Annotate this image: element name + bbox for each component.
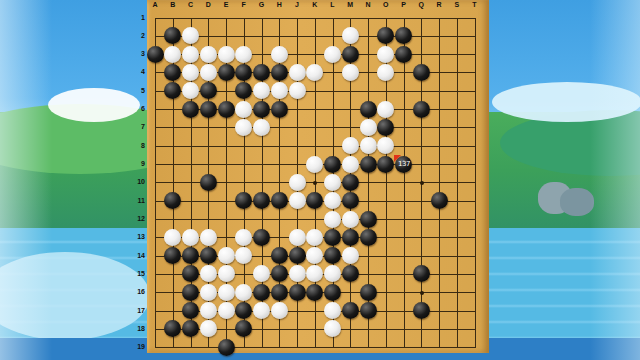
black-stone [289,284,306,301]
column-label: G [255,1,269,9]
row-label: 8 [133,142,145,150]
white-stone [324,46,341,63]
white-stone [235,229,252,246]
black-stone [306,192,323,209]
white-stone [253,119,270,136]
black-stone [164,192,181,209]
white-stone [200,64,217,81]
go-board[interactable]: ABCDEFGHJKLMNOPQRST123456789101112131415… [147,0,489,353]
white-stone [289,265,306,282]
black-stone [253,64,270,81]
white-stone [289,229,306,246]
white-stone [235,46,252,63]
column-label: C [184,1,198,9]
black-stone [253,229,270,246]
black-stone [235,64,252,81]
black-stone [235,82,252,99]
black-stone [342,174,359,191]
black-stone [271,247,288,264]
row-label: 5 [133,87,145,95]
column-label: M [343,1,357,9]
column-label: L [326,1,340,9]
white-stone [200,265,217,282]
grid-line-horizontal [155,347,476,348]
white-stone [360,119,377,136]
black-stone [413,101,430,118]
column-label: N [361,1,375,9]
black-stone [253,101,270,118]
white-stone [182,64,199,81]
white-stone [218,46,235,63]
black-stone [200,174,217,191]
black-stone [360,229,377,246]
black-stone [164,82,181,99]
column-label: O [379,1,393,9]
white-stone [200,229,217,246]
black-stone [218,64,235,81]
white-stone [253,82,270,99]
go-game-screen: ABCDEFGHJKLMNOPQRST123456789101112131415… [0,0,640,360]
white-stone [342,247,359,264]
black-stone [164,27,181,44]
left-blur-bar [0,0,52,360]
white-stone [271,82,288,99]
white-stone [235,284,252,301]
white-stone [324,302,341,319]
black-stone [306,284,323,301]
white-stone [182,27,199,44]
white-stone [342,211,359,228]
black-stone [360,156,377,173]
white-stone [324,174,341,191]
column-label: Q [414,1,428,9]
grid-line-vertical [475,18,476,349]
black-stone [324,247,341,264]
black-stone [431,192,448,209]
column-label: S [450,1,464,9]
row-label: 9 [133,160,145,168]
white-stone [306,64,323,81]
white-stone [235,119,252,136]
black-stone [360,101,377,118]
black-stone [413,302,430,319]
black-stone [377,119,394,136]
white-stone [164,46,181,63]
white-stone [235,247,252,264]
column-label: A [148,1,162,9]
white-stone [289,64,306,81]
row-label: 4 [133,68,145,76]
row-label: 17 [133,307,145,315]
white-stone [271,46,288,63]
black-stone [413,265,430,282]
white-stone [324,265,341,282]
black-stone [271,192,288,209]
row-label: 18 [133,325,145,333]
white-stone [200,320,217,337]
black-stone [235,192,252,209]
right-blur-bar [590,0,640,360]
black-stone [182,265,199,282]
white-stone [324,320,341,337]
white-stone [324,211,341,228]
white-stone [377,64,394,81]
grid-line-vertical [439,18,440,349]
column-label: F [237,1,251,9]
black-stone [324,156,341,173]
move-number-label: 137 [395,156,412,173]
white-stone [289,82,306,99]
black-stone [413,64,430,81]
white-stone [218,265,235,282]
white-stone [360,137,377,154]
black-stone [324,229,341,246]
white-stone [342,156,359,173]
black-stone [360,284,377,301]
white-stone [253,302,270,319]
black-stone [200,101,217,118]
black-stone [147,46,164,63]
column-label: P [397,1,411,9]
white-stone [235,101,252,118]
column-label: R [432,1,446,9]
white-stone [218,247,235,264]
black-stone [182,302,199,319]
row-label: 3 [133,50,145,58]
black-stone [253,192,270,209]
white-stone [200,284,217,301]
black-stone [395,27,412,44]
white-stone [253,265,270,282]
star-point [313,181,317,185]
white-stone [342,64,359,81]
white-stone [377,101,394,118]
black-stone [164,247,181,264]
row-label: 11 [133,197,145,205]
white-stone [271,302,288,319]
row-label: 10 [133,178,145,186]
row-label: 6 [133,105,145,113]
black-stone [395,46,412,63]
black-stone [182,247,199,264]
grid-line-vertical [457,18,458,349]
row-label: 2 [133,32,145,40]
black-stone [218,339,235,356]
black-stone [342,265,359,282]
row-label: 14 [133,252,145,260]
white-stone [342,137,359,154]
black-stone [253,284,270,301]
black-stone [271,265,288,282]
star-point [420,181,424,185]
black-stone [182,284,199,301]
white-stone [182,82,199,99]
black-stone [182,101,199,118]
black-stone [342,192,359,209]
black-stone [235,302,252,319]
black-stone [342,302,359,319]
row-label: 19 [133,343,145,351]
row-label: 13 [133,233,145,241]
black-stone [235,320,252,337]
white-stone [164,229,181,246]
black-stone [377,156,394,173]
black-stone [271,284,288,301]
white-stone [324,192,341,209]
star-point [420,291,424,295]
black-stone [164,320,181,337]
white-stone [218,302,235,319]
white-stone [306,247,323,264]
white-stone [218,284,235,301]
row-label: 16 [133,288,145,296]
column-label: T [468,1,482,9]
white-stone [289,192,306,209]
marked-last-move-stone: 137 [395,156,412,173]
column-label: K [308,1,322,9]
row-label: 15 [133,270,145,278]
black-stone [271,101,288,118]
black-stone [271,64,288,81]
grid-line-horizontal [155,219,476,220]
row-label: 12 [133,215,145,223]
black-stone [200,247,217,264]
column-label: B [166,1,180,9]
black-stone [360,211,377,228]
column-label: J [290,1,304,9]
black-stone [182,320,199,337]
white-stone [377,137,394,154]
white-stone [306,265,323,282]
white-stone [289,174,306,191]
white-stone [377,46,394,63]
column-label: H [272,1,286,9]
rock [560,188,594,216]
black-stone [324,284,341,301]
white-stone [200,46,217,63]
black-stone [342,46,359,63]
cloud [48,88,140,122]
black-stone [164,64,181,81]
black-stone [342,229,359,246]
row-label: 7 [133,123,145,131]
black-stone [289,247,306,264]
white-stone [182,229,199,246]
white-stone [306,229,323,246]
grid-line-vertical [404,18,405,349]
white-stone [200,302,217,319]
column-label: D [201,1,215,9]
row-label: 1 [133,14,145,22]
black-stone [377,27,394,44]
white-stone [342,27,359,44]
black-stone [200,82,217,99]
black-stone [218,101,235,118]
column-label: E [219,1,233,9]
black-stone [360,302,377,319]
white-stone [182,46,199,63]
white-stone [306,156,323,173]
